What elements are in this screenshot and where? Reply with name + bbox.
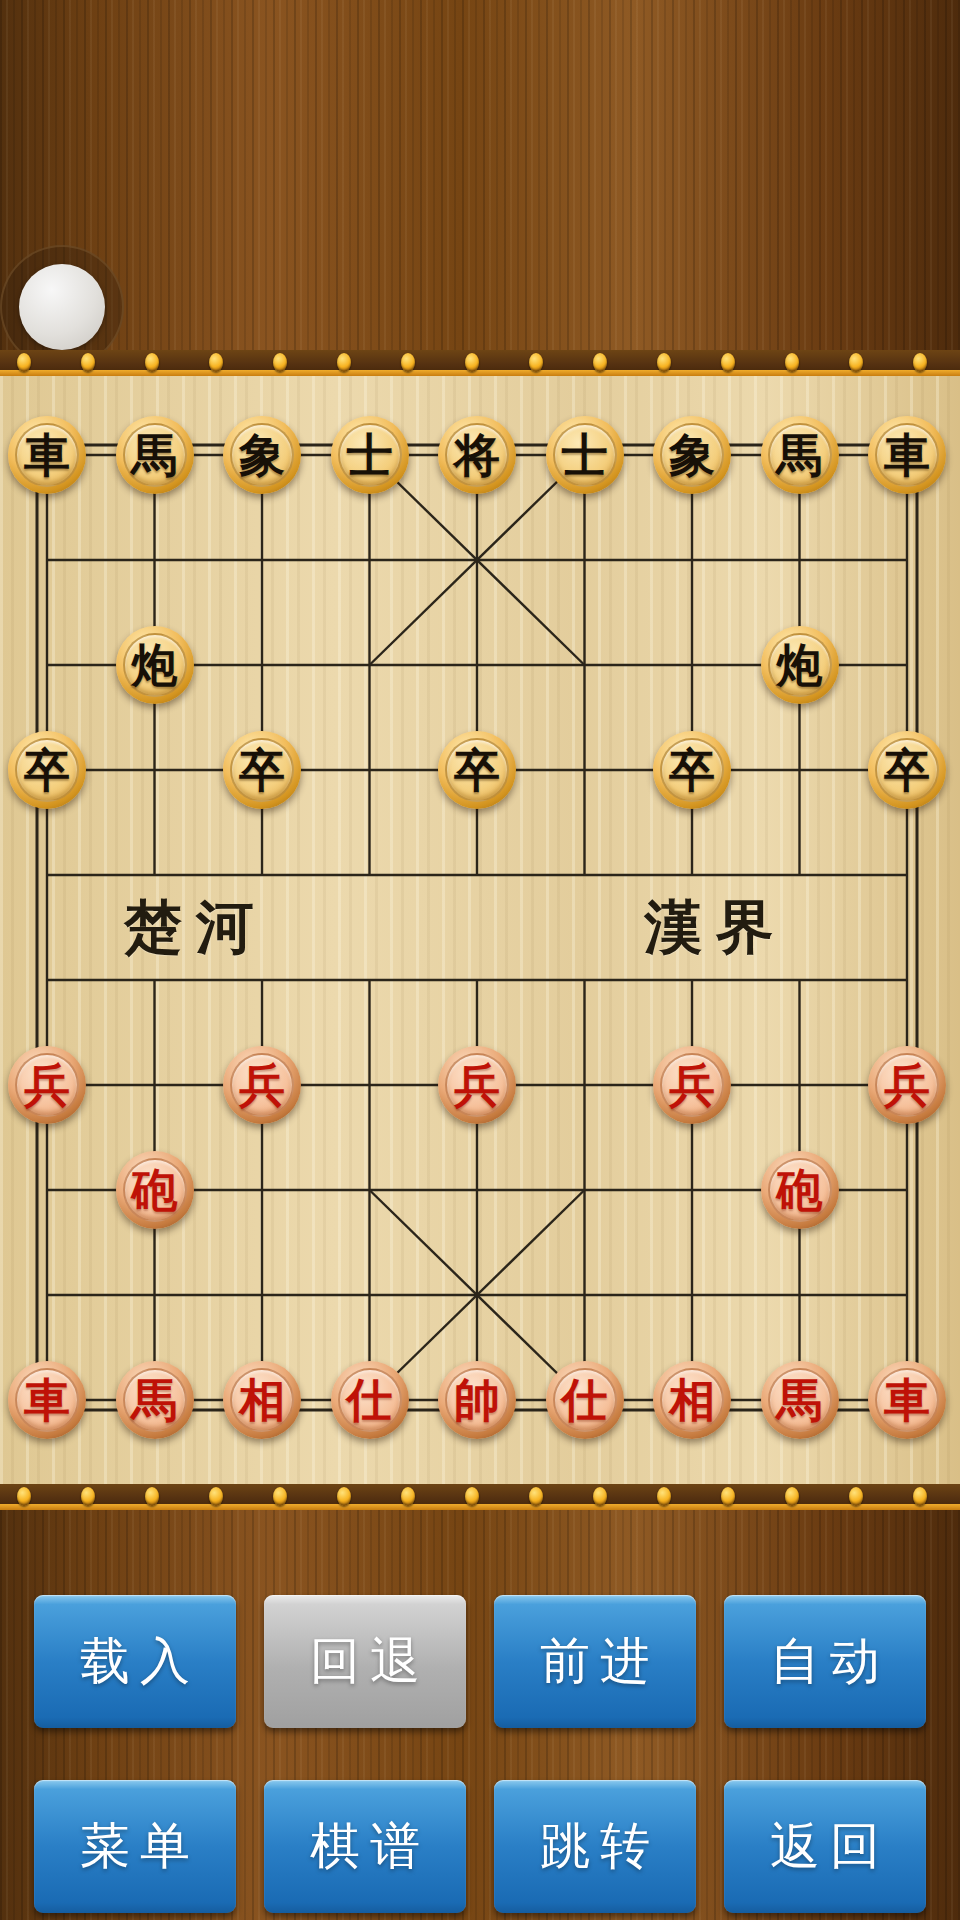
stud-icon: [17, 1487, 31, 1506]
piece-black-elephant-c7r1[interactable]: 象: [653, 416, 731, 494]
piece-red-general-c5r10[interactable]: 帥: [438, 1361, 516, 1439]
stud-icon: [657, 1487, 671, 1506]
auto-button[interactable]: 自动: [724, 1595, 926, 1728]
piece-red-horse-c2r10[interactable]: 馬: [116, 1361, 194, 1439]
stud-icon: [17, 353, 31, 372]
stud-icon: [337, 1487, 351, 1506]
stud-icon: [81, 1487, 95, 1506]
black-horse-glyph: 馬: [777, 432, 823, 478]
stud-icon: [465, 353, 479, 372]
piece-red-advisor-c6r10[interactable]: 仕: [546, 1361, 624, 1439]
piece-red-elephant-c3r10[interactable]: 相: [223, 1361, 301, 1439]
stud-icon: [145, 1487, 159, 1506]
stud-icon: [785, 353, 799, 372]
black-soldier-glyph: 卒: [454, 747, 500, 793]
stud-icon: [529, 1487, 543, 1506]
red-soldier-glyph: 兵: [884, 1062, 930, 1108]
stud-icon: [721, 353, 735, 372]
red-chariot-glyph: 車: [24, 1377, 70, 1423]
black-advisor-glyph: 士: [347, 432, 393, 478]
piece-black-elephant-c3r1[interactable]: 象: [223, 416, 301, 494]
stud-icon: [209, 1487, 223, 1506]
red-advisor-glyph: 仕: [347, 1377, 393, 1423]
piece-black-chariot-c9r1[interactable]: 車: [868, 416, 946, 494]
piece-red-soldier-c1r7[interactable]: 兵: [8, 1046, 86, 1124]
black-soldier-glyph: 卒: [884, 747, 930, 793]
piece-black-advisor-c6r1[interactable]: 士: [546, 416, 624, 494]
board-frame-top: [0, 350, 960, 376]
piece-red-soldier-c9r7[interactable]: 兵: [868, 1046, 946, 1124]
piece-black-soldier-c3r4[interactable]: 卒: [223, 731, 301, 809]
forward-button[interactable]: 前进: [494, 1595, 696, 1728]
board-frame-bottom: [0, 1484, 960, 1510]
piece-black-horse-c2r1[interactable]: 馬: [116, 416, 194, 494]
red-soldier-glyph: 兵: [454, 1062, 500, 1108]
black-elephant-glyph: 象: [239, 432, 285, 478]
stud-icon: [913, 1487, 927, 1506]
red-cannon-glyph: 砲: [132, 1167, 178, 1213]
black-general-glyph: 将: [454, 432, 500, 478]
button-row-2: 菜单棋谱跳转返回: [34, 1780, 926, 1913]
piece-black-soldier-c9r4[interactable]: 卒: [868, 731, 946, 809]
menu-button[interactable]: 菜单: [34, 1780, 236, 1913]
red-soldier-glyph: 兵: [24, 1062, 70, 1108]
black-horse-glyph: 馬: [132, 432, 178, 478]
record-button[interactable]: 棋谱: [264, 1780, 466, 1913]
river-label-right: 漢界: [644, 889, 788, 967]
stud-icon: [273, 1487, 287, 1506]
red-elephant-glyph: 相: [669, 1377, 715, 1423]
black-cannon-glyph: 炮: [132, 642, 178, 688]
stud-icon: [849, 1487, 863, 1506]
piece-black-soldier-c5r4[interactable]: 卒: [438, 731, 516, 809]
stud-icon: [657, 353, 671, 372]
jump-button[interactable]: 跳转: [494, 1780, 696, 1913]
piece-red-soldier-c5r7[interactable]: 兵: [438, 1046, 516, 1124]
piece-black-general-c5r1[interactable]: 将: [438, 416, 516, 494]
stud-icon: [593, 353, 607, 372]
stud-icon: [337, 353, 351, 372]
stud-icon: [529, 353, 543, 372]
black-soldier-glyph: 卒: [24, 747, 70, 793]
stud-icon: [145, 353, 159, 372]
stud-icon: [593, 1487, 607, 1506]
red-horse-glyph: 馬: [132, 1377, 178, 1423]
red-cannon-glyph: 砲: [777, 1167, 823, 1213]
river-label-left: 楚河: [124, 889, 268, 967]
stud-icon: [273, 353, 287, 372]
stud-icon: [721, 1487, 735, 1506]
piece-black-soldier-c1r4[interactable]: 卒: [8, 731, 86, 809]
black-advisor-glyph: 士: [562, 432, 608, 478]
red-chariot-glyph: 車: [884, 1377, 930, 1423]
board-surface[interactable]: 楚河 漢界: [0, 376, 960, 1484]
stud-icon: [465, 1487, 479, 1506]
floating-handle-ball-icon: [19, 264, 105, 350]
piece-black-cannon-c8r3[interactable]: 炮: [761, 626, 839, 704]
red-elephant-glyph: 相: [239, 1377, 285, 1423]
stud-icon: [81, 353, 95, 372]
stud-icon: [209, 353, 223, 372]
stud-icon: [849, 353, 863, 372]
piece-red-soldier-c3r7[interactable]: 兵: [223, 1046, 301, 1124]
stud-icon: [785, 1487, 799, 1506]
red-horse-glyph: 馬: [777, 1377, 823, 1423]
red-advisor-glyph: 仕: [562, 1377, 608, 1423]
black-soldier-glyph: 卒: [239, 747, 285, 793]
red-soldier-glyph: 兵: [239, 1062, 285, 1108]
xiangqi-app: { "game": "xiangqi", "position": "rnbaka…: [0, 0, 960, 1920]
red-soldier-glyph: 兵: [669, 1062, 715, 1108]
piece-red-chariot-c9r10[interactable]: 車: [868, 1361, 946, 1439]
piece-red-cannon-c8r8[interactable]: 砲: [761, 1151, 839, 1229]
black-soldier-glyph: 卒: [669, 747, 715, 793]
piece-red-horse-c8r10[interactable]: 馬: [761, 1361, 839, 1439]
piece-red-cannon-c2r8[interactable]: 砲: [116, 1151, 194, 1229]
piece-black-cannon-c2r3[interactable]: 炮: [116, 626, 194, 704]
stud-icon: [401, 353, 415, 372]
black-cannon-glyph: 炮: [777, 642, 823, 688]
black-chariot-glyph: 車: [884, 432, 930, 478]
piece-red-chariot-c1r10[interactable]: 車: [8, 1361, 86, 1439]
black-chariot-glyph: 車: [24, 432, 70, 478]
piece-black-soldier-c7r4[interactable]: 卒: [653, 731, 731, 809]
piece-black-advisor-c4r1[interactable]: 士: [331, 416, 409, 494]
stud-icon: [401, 1487, 415, 1506]
back-button[interactable]: 返回: [724, 1780, 926, 1913]
button-row-1: 载入回退前进自动: [34, 1595, 926, 1728]
load-button[interactable]: 载入: [34, 1595, 236, 1728]
piece-red-soldier-c7r7[interactable]: 兵: [653, 1046, 731, 1124]
piece-black-chariot-c1r1[interactable]: 車: [8, 416, 86, 494]
stud-icon: [913, 353, 927, 372]
piece-red-advisor-c4r10[interactable]: 仕: [331, 1361, 409, 1439]
red-general-glyph: 帥: [454, 1377, 500, 1423]
undo-button[interactable]: 回退: [264, 1595, 466, 1728]
piece-black-horse-c8r1[interactable]: 馬: [761, 416, 839, 494]
piece-red-elephant-c7r10[interactable]: 相: [653, 1361, 731, 1439]
black-elephant-glyph: 象: [669, 432, 715, 478]
